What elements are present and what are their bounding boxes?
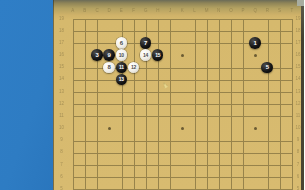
stone-black-5-R15[interactable]: 5 [261,62,272,73]
stone-white-6-E17[interactable]: 6 [116,37,127,48]
stone-white-8-D15[interactable]: 8 [103,62,114,73]
stone-white-14-G16[interactable]: 14 [140,49,151,60]
move-number: 14 [143,53,148,58]
stone-white-12-F15[interactable]: 12 [128,62,139,73]
stone-black-13-E14[interactable]: 13 [116,74,127,85]
stone-white-10-E16[interactable]: 10 [116,49,127,60]
stone-black-9-D16[interactable]: 9 [103,49,114,60]
left-blue-panel [0,0,53,190]
go-board[interactable]: ABCDEFGHJKLMNOPQRST191918181717161615151… [53,0,304,190]
stone-black-1-Q17[interactable]: 1 [249,37,260,48]
move-number: 8 [108,64,111,70]
move-number: 15 [155,53,160,58]
move-number: 7 [144,40,147,46]
move-number: 1 [253,40,256,46]
move-number: 10 [119,53,124,58]
board-right-edge-shadow [301,0,305,190]
stone-black-15-H16[interactable]: 15 [152,49,163,60]
stone-black-11-E15[interactable]: 11 [116,62,127,73]
stones-grid: 1356789101112131415 [67,13,298,190]
move-number: 12 [131,65,136,70]
move-number: 9 [108,52,111,58]
move-number: 3 [95,52,98,58]
move-number: 11 [119,65,124,70]
go-app-screenshot: ABCDEFGHJKLMNOPQRST191918181717161615151… [0,0,304,190]
stone-black-7-G17[interactable]: 7 [140,37,151,48]
window-edge-widget [297,0,304,6]
move-number: 5 [266,64,269,70]
move-number: 13 [119,77,124,82]
move-number: 6 [120,40,123,46]
stone-black-3-C16[interactable]: 3 [91,49,102,60]
